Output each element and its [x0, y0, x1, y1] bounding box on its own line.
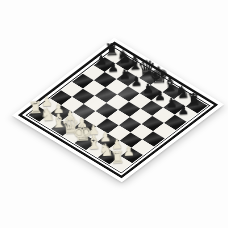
- vinyl-sheet: ♜♞♟♝♟♛♟♚♟♝♟♞♟♟♜♟♟♜♟♟♞♟♝♟♛♟♚♟♝♟♞♜: [12, 38, 224, 182]
- piece-black-pawn: ♟: [162, 102, 203, 117]
- pieces-layer: ♜♞♟♝♟♛♟♚♟♝♟♞♟♟♜♟♟♜♟♟♞♟♝♟♛♟♚♟♝♟♞♜: [28, 49, 207, 171]
- chess-board: ♜♞♟♝♟♛♟♚♟♝♟♞♟♟♜♟♟♜♟♟♞♟♝♟♛♟♚♟♝♟♞♜: [12, 38, 224, 182]
- product-photo: ♜♞♟♝♟♛♟♚♟♝♟♞♟♟♜♟♟♜♟♟♞♟♝♟♛♟♚♟♝♟♞♜: [0, 0, 228, 228]
- piece-white-rook: ♜: [97, 149, 138, 167]
